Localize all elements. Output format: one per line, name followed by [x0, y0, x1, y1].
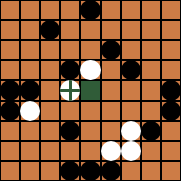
cell-r2c2[interactable]: [41, 41, 59, 59]
black-stone: [60, 121, 80, 141]
cell-r4c1[interactable]: [21, 81, 39, 99]
cell-r6c4[interactable]: [81, 122, 99, 140]
cell-r3c2[interactable]: [41, 61, 59, 79]
black-stone: [161, 101, 181, 121]
cell-r3c7[interactable]: [142, 61, 160, 79]
cell-r1c6[interactable]: [122, 21, 140, 39]
black-stone: [121, 60, 141, 80]
black-stone: [0, 101, 20, 121]
white-stone: [121, 141, 141, 161]
black-stone: [161, 80, 181, 100]
black-stone: [0, 80, 20, 100]
cell-r0c6[interactable]: [122, 1, 140, 19]
cell-r2c1[interactable]: [21, 41, 39, 59]
cell-r5c3[interactable]: [61, 102, 79, 120]
cell-r3c6[interactable]: [122, 61, 140, 79]
cell-r2c8[interactable]: [162, 41, 180, 59]
highlight-square-r4c4[interactable]: [81, 81, 99, 99]
cell-r3c1[interactable]: [21, 61, 39, 79]
cell-r2c4[interactable]: [81, 41, 99, 59]
cell-r1c3[interactable]: [61, 21, 79, 39]
cell-r8c5[interactable]: [102, 162, 120, 180]
black-stone: [101, 161, 121, 181]
cell-r1c7[interactable]: [142, 21, 160, 39]
cell-r5c0[interactable]: [1, 102, 19, 120]
cell-r8c0[interactable]: [1, 162, 19, 180]
cell-r7c1[interactable]: [21, 142, 39, 160]
cell-r4c5[interactable]: [102, 81, 120, 99]
cell-r5c5[interactable]: [102, 102, 120, 120]
cell-r8c3[interactable]: [61, 162, 79, 180]
cell-r1c8[interactable]: [162, 21, 180, 39]
black-stone: [40, 20, 60, 40]
cell-r7c5[interactable]: [102, 142, 120, 160]
white-stone: [121, 121, 141, 141]
cell-r4c8[interactable]: [162, 81, 180, 99]
cell-r6c6[interactable]: [122, 122, 140, 140]
black-stone: [141, 121, 161, 141]
cell-r4c2[interactable]: [41, 81, 59, 99]
white-stone: [80, 60, 100, 80]
cell-r5c1[interactable]: [21, 102, 39, 120]
cell-r4c7[interactable]: [142, 81, 160, 99]
cell-r4c3[interactable]: [61, 81, 79, 99]
black-stone: [101, 40, 121, 60]
cell-r4c0[interactable]: [1, 81, 19, 99]
black-stone: [60, 161, 80, 181]
cell-r3c8[interactable]: [162, 61, 180, 79]
cell-r6c7[interactable]: [142, 122, 160, 140]
cell-r2c7[interactable]: [142, 41, 160, 59]
cell-r8c8[interactable]: [162, 162, 180, 180]
cell-r6c8[interactable]: [162, 122, 180, 140]
cell-r6c1[interactable]: [21, 122, 39, 140]
cell-r8c7[interactable]: [142, 162, 160, 180]
cell-r8c2[interactable]: [41, 162, 59, 180]
cell-r7c8[interactable]: [162, 142, 180, 160]
cell-r8c6[interactable]: [122, 162, 140, 180]
cell-r6c0[interactable]: [1, 122, 19, 140]
cell-r6c5[interactable]: [102, 122, 120, 140]
cell-r7c7[interactable]: [142, 142, 160, 160]
black-stone: [20, 80, 40, 100]
cell-r3c5[interactable]: [102, 61, 120, 79]
cell-r0c5[interactable]: [102, 1, 120, 19]
cell-r7c4[interactable]: [81, 142, 99, 160]
cell-r2c3[interactable]: [61, 41, 79, 59]
cell-r5c2[interactable]: [41, 102, 59, 120]
cell-r1c4[interactable]: [81, 21, 99, 39]
cell-r8c4[interactable]: [81, 162, 99, 180]
cell-r2c6[interactable]: [122, 41, 140, 59]
cell-r7c3[interactable]: [61, 142, 79, 160]
game-board: [0, 0, 181, 181]
cell-r1c5[interactable]: [102, 21, 120, 39]
cell-r8c1[interactable]: [21, 162, 39, 180]
cell-r1c2[interactable]: [41, 21, 59, 39]
cell-r7c0[interactable]: [1, 142, 19, 160]
cell-r0c0[interactable]: [1, 1, 19, 19]
white-stone-cross-marked: [60, 80, 80, 100]
cell-r7c6[interactable]: [122, 142, 140, 160]
cell-r0c3[interactable]: [61, 1, 79, 19]
cell-r5c6[interactable]: [122, 102, 140, 120]
cell-r0c2[interactable]: [41, 1, 59, 19]
white-stone: [20, 101, 40, 121]
cell-r0c7[interactable]: [142, 1, 160, 19]
cell-r5c4[interactable]: [81, 102, 99, 120]
black-stone: [80, 161, 100, 181]
cell-r3c4[interactable]: [81, 61, 99, 79]
cell-r0c8[interactable]: [162, 1, 180, 19]
cell-r5c8[interactable]: [162, 102, 180, 120]
black-stone: [60, 60, 80, 80]
cell-r7c2[interactable]: [41, 142, 59, 160]
cell-r1c0[interactable]: [1, 21, 19, 39]
cell-r2c5[interactable]: [102, 41, 120, 59]
cell-r0c4[interactable]: [81, 1, 99, 19]
cell-r6c3[interactable]: [61, 122, 79, 140]
cell-r4c6[interactable]: [122, 81, 140, 99]
cell-r1c1[interactable]: [21, 21, 39, 39]
cell-r3c3[interactable]: [61, 61, 79, 79]
cell-r6c2[interactable]: [41, 122, 59, 140]
white-stone: [101, 141, 121, 161]
cell-r5c7[interactable]: [142, 102, 160, 120]
cell-r3c0[interactable]: [1, 61, 19, 79]
cell-r2c0[interactable]: [1, 41, 19, 59]
black-stone: [80, 0, 100, 20]
cell-r0c1[interactable]: [21, 1, 39, 19]
